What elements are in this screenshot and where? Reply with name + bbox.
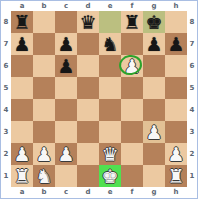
file-labels-bottom: abcdefgh — [11, 187, 187, 198]
black-rook-f8[interactable]: ♜ — [121, 11, 143, 33]
file-label-g: g — [143, 1, 165, 11]
square-d6[interactable] — [77, 55, 99, 77]
white-queen-e2[interactable]: ♛ — [99, 143, 121, 165]
rank-label-4: 4 — [1, 99, 11, 121]
square-e8[interactable] — [99, 11, 121, 33]
square-c6[interactable]: ♟ — [55, 55, 77, 77]
file-label-d: d — [77, 1, 99, 11]
file-label-g: g — [143, 187, 165, 198]
square-f7[interactable] — [121, 33, 143, 55]
square-c4[interactable] — [55, 99, 77, 121]
square-h7[interactable]: ♟ — [165, 33, 187, 55]
square-g2[interactable] — [143, 143, 165, 165]
square-d4[interactable] — [77, 99, 99, 121]
square-c2[interactable]: ♟ — [55, 143, 77, 165]
square-b7[interactable] — [33, 33, 55, 55]
square-f5[interactable] — [121, 77, 143, 99]
rank-label-1: 1 — [1, 165, 11, 187]
black-knight-e7[interactable]: ♞ — [99, 33, 121, 55]
chess-board[interactable]: ♜♛♜♚♟♟♞♟♟♟♟♟♟♟♟♛♟♜♞♚♜ — [11, 11, 187, 187]
square-h8[interactable] — [165, 11, 187, 33]
square-c5[interactable] — [55, 77, 77, 99]
square-f1[interactable] — [121, 165, 143, 187]
square-e2[interactable]: ♛ — [99, 143, 121, 165]
square-b3[interactable] — [33, 121, 55, 143]
rank-label-7: 7 — [1, 33, 11, 55]
white-rook-h1[interactable]: ♜ — [165, 165, 187, 187]
file-label-d: d — [77, 187, 99, 198]
white-pawn-h2[interactable]: ♟ — [165, 143, 187, 165]
black-pawn-a7[interactable]: ♟ — [11, 33, 33, 55]
square-c1[interactable] — [55, 165, 77, 187]
rank-label-2: 2 — [187, 143, 197, 165]
file-label-f: f — [121, 187, 143, 198]
square-d2[interactable] — [77, 143, 99, 165]
square-b8[interactable] — [33, 11, 55, 33]
square-d7[interactable] — [77, 33, 99, 55]
file-label-a: a — [11, 1, 33, 11]
square-b4[interactable] — [33, 99, 55, 121]
rank-label-3: 3 — [1, 121, 11, 143]
rank-label-5: 5 — [1, 77, 11, 99]
white-pawn-a2[interactable]: ♟ — [11, 143, 33, 165]
file-label-a: a — [11, 187, 33, 198]
square-g3[interactable]: ♟ — [143, 121, 165, 143]
square-h2[interactable]: ♟ — [165, 143, 187, 165]
square-e5[interactable] — [99, 77, 121, 99]
square-e3[interactable] — [99, 121, 121, 143]
black-pawn-c6[interactable]: ♟ — [55, 55, 77, 77]
square-h6[interactable] — [165, 55, 187, 77]
square-a6[interactable] — [11, 55, 33, 77]
white-pawn-b2[interactable]: ♟ — [33, 143, 55, 165]
file-label-e: e — [99, 1, 121, 11]
black-pawn-g7[interactable]: ♟ — [143, 33, 165, 55]
square-h1[interactable]: ♜ — [165, 165, 187, 187]
square-b1[interactable]: ♞ — [33, 165, 55, 187]
square-e4[interactable] — [99, 99, 121, 121]
rank-label-3: 3 — [187, 121, 197, 143]
square-f3[interactable] — [121, 121, 143, 143]
square-b5[interactable] — [33, 77, 55, 99]
square-c3[interactable] — [55, 121, 77, 143]
square-a8[interactable]: ♜ — [11, 11, 33, 33]
rank-label-6: 6 — [1, 55, 11, 77]
black-pawn-c7[interactable]: ♟ — [55, 33, 77, 55]
rank-labels-left: 87654321 — [1, 11, 11, 187]
square-c7[interactable]: ♟ — [55, 33, 77, 55]
square-f6[interactable]: ♟ — [121, 55, 143, 77]
square-d5[interactable] — [77, 77, 99, 99]
rank-label-1: 1 — [187, 165, 197, 187]
square-d1[interactable] — [77, 165, 99, 187]
white-pawn-c2[interactable]: ♟ — [55, 143, 77, 165]
white-pawn-f6[interactable]: ♟ — [121, 55, 143, 77]
black-king-g8[interactable]: ♚ — [143, 11, 165, 33]
rank-label-7: 7 — [187, 33, 197, 55]
white-pawn-g3[interactable]: ♟ — [143, 121, 165, 143]
square-h3[interactable] — [165, 121, 187, 143]
square-f4[interactable] — [121, 99, 143, 121]
rank-label-2: 2 — [1, 143, 11, 165]
square-h4[interactable] — [165, 99, 187, 121]
black-rook-a8[interactable]: ♜ — [11, 11, 33, 33]
square-g4[interactable] — [143, 99, 165, 121]
square-g5[interactable] — [143, 77, 165, 99]
square-e6[interactable] — [99, 55, 121, 77]
square-a5[interactable] — [11, 77, 33, 99]
file-label-b: b — [33, 187, 55, 198]
square-h5[interactable] — [165, 77, 187, 99]
square-b6[interactable] — [33, 55, 55, 77]
square-f8[interactable]: ♜ — [121, 11, 143, 33]
square-b2[interactable]: ♟ — [33, 143, 55, 165]
file-label-f: f — [121, 1, 143, 11]
square-a3[interactable] — [11, 121, 33, 143]
square-a1[interactable]: ♜ — [11, 165, 33, 187]
rank-labels-right: 87654321 — [187, 11, 197, 187]
square-e1[interactable]: ♚ — [99, 165, 121, 187]
square-e7[interactable]: ♞ — [99, 33, 121, 55]
rank-label-6: 6 — [187, 55, 197, 77]
square-c8[interactable] — [55, 11, 77, 33]
rank-label-5: 5 — [187, 77, 197, 99]
white-king-e1[interactable]: ♚ — [99, 165, 121, 187]
square-a2[interactable]: ♟ — [11, 143, 33, 165]
black-queen-d8[interactable]: ♛ — [77, 11, 99, 33]
square-f2[interactable] — [121, 143, 143, 165]
file-label-e: e — [99, 187, 121, 198]
file-label-c: c — [55, 187, 77, 198]
chess-board-widget: abcdefgh 87654321 ♜♛♜♚♟♟♞♟♟♟♟♟♟♟♟♛♟♜♞♚♜ … — [0, 0, 198, 199]
file-label-c: c — [55, 1, 77, 11]
white-knight-b1[interactable]: ♞ — [33, 165, 55, 187]
square-a7[interactable]: ♟ — [11, 33, 33, 55]
rank-label-8: 8 — [187, 11, 197, 33]
file-labels-top: abcdefgh — [11, 1, 187, 11]
black-pawn-h7[interactable]: ♟ — [165, 33, 187, 55]
white-rook-a1[interactable]: ♜ — [11, 165, 33, 187]
square-g1[interactable] — [143, 165, 165, 187]
file-label-h: h — [165, 187, 187, 198]
file-label-h: h — [165, 1, 187, 11]
square-d3[interactable] — [77, 121, 99, 143]
file-label-b: b — [33, 1, 55, 11]
square-g6[interactable] — [143, 55, 165, 77]
square-g8[interactable]: ♚ — [143, 11, 165, 33]
square-g7[interactable]: ♟ — [143, 33, 165, 55]
square-a4[interactable] — [11, 99, 33, 121]
rank-label-8: 8 — [1, 11, 11, 33]
rank-label-4: 4 — [187, 99, 197, 121]
square-d8[interactable]: ♛ — [77, 11, 99, 33]
